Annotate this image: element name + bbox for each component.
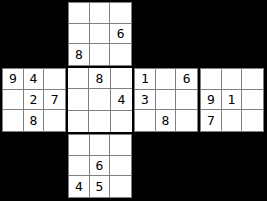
cell[interactable] xyxy=(135,110,156,131)
cell[interactable] xyxy=(69,135,90,156)
cell[interactable]: 8 xyxy=(89,68,110,89)
cell[interactable]: 9 xyxy=(201,90,222,111)
cell[interactable] xyxy=(90,24,111,45)
cell[interactable]: 4 xyxy=(69,176,90,197)
cell[interactable] xyxy=(201,69,222,90)
cell[interactable] xyxy=(111,68,132,89)
cell[interactable] xyxy=(68,111,89,132)
cell[interactable]: 8 xyxy=(69,44,90,65)
cell[interactable]: 6 xyxy=(110,24,131,45)
cell[interactable] xyxy=(69,3,90,24)
cell[interactable]: 8 xyxy=(156,110,177,131)
cell[interactable] xyxy=(242,90,263,111)
cell[interactable] xyxy=(156,90,177,111)
cell[interactable] xyxy=(222,69,243,90)
cell[interactable] xyxy=(3,90,24,111)
cell[interactable] xyxy=(222,110,243,131)
cell[interactable] xyxy=(156,69,177,90)
cell[interactable] xyxy=(90,3,111,24)
cell[interactable]: 6 xyxy=(176,69,197,90)
face-center: 8 4 xyxy=(66,66,134,134)
cell[interactable]: 9 xyxy=(3,69,24,90)
cell[interactable]: 2 xyxy=(24,90,45,111)
cell[interactable] xyxy=(110,156,131,177)
cell[interactable] xyxy=(89,89,110,110)
cell[interactable] xyxy=(110,44,131,65)
face-left: 9 4 2 7 8 xyxy=(2,68,66,132)
cell[interactable] xyxy=(110,3,131,24)
cell[interactable] xyxy=(111,111,132,132)
cell[interactable]: 6 xyxy=(90,156,111,177)
cell[interactable] xyxy=(242,69,263,90)
cell[interactable] xyxy=(110,135,131,156)
face-right: 1 6 3 8 xyxy=(134,68,198,132)
cell[interactable]: 1 xyxy=(222,90,243,111)
cube-sudoku-board: 6 8 9 4 2 7 8 8 4 1 6 3 8 xyxy=(0,0,267,201)
cell[interactable]: 8 xyxy=(24,110,45,131)
cell[interactable] xyxy=(69,156,90,177)
face-top: 6 8 xyxy=(68,2,132,66)
cell[interactable]: 7 xyxy=(201,110,222,131)
cell[interactable] xyxy=(44,69,65,90)
cell[interactable] xyxy=(68,89,89,110)
cell[interactable] xyxy=(176,110,197,131)
cell[interactable]: 4 xyxy=(24,69,45,90)
cell[interactable]: 4 xyxy=(111,89,132,110)
cell[interactable] xyxy=(242,110,263,131)
cell[interactable] xyxy=(3,110,24,131)
cell[interactable]: 3 xyxy=(135,90,156,111)
cell[interactable] xyxy=(90,135,111,156)
cell[interactable]: 7 xyxy=(44,90,65,111)
cell[interactable] xyxy=(44,110,65,131)
cell[interactable] xyxy=(110,176,131,197)
cell[interactable] xyxy=(89,111,110,132)
cell[interactable]: 5 xyxy=(90,176,111,197)
cell[interactable]: 1 xyxy=(135,69,156,90)
cell[interactable] xyxy=(176,90,197,111)
cell[interactable] xyxy=(68,68,89,89)
cell[interactable] xyxy=(90,44,111,65)
face-bottom: 6 4 5 xyxy=(68,134,132,198)
face-far-right: 9 1 7 xyxy=(200,68,264,132)
cell[interactable] xyxy=(69,24,90,45)
